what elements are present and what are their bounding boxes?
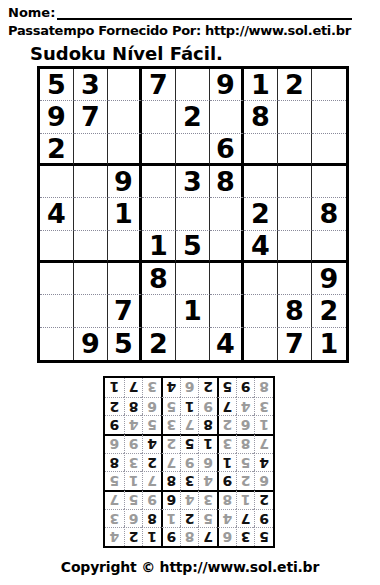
solution-cell-r7c5: 7 — [180, 415, 199, 434]
solution-cell-r6c5: 5 — [180, 434, 199, 453]
puzzle-cell-r7c1[interactable] — [40, 263, 74, 295]
puzzle-cell-r2c3[interactable] — [108, 101, 142, 133]
puzzle-cell-r4c8[interactable] — [278, 166, 312, 198]
solution-cell-r8c9: 2 — [105, 397, 124, 416]
solution-cell-r6c8: 9 — [124, 434, 143, 453]
puzzle-cell-r5c9: 8 — [312, 198, 346, 230]
puzzle-cell-r8c1[interactable] — [40, 295, 74, 327]
solution-cell-r8c1: 3 — [254, 397, 273, 416]
solution-cell-r8c4: 9 — [198, 397, 217, 416]
puzzle-cell-r2c5: 2 — [176, 101, 210, 133]
puzzle-cell-r2c6[interactable] — [210, 101, 244, 133]
solution-cell-r6c3: 3 — [217, 434, 236, 453]
puzzle-cell-r8c3: 7 — [108, 295, 142, 327]
puzzle-cell-r9c1[interactable] — [40, 328, 74, 360]
puzzle-cell-r4c9[interactable] — [312, 166, 346, 198]
solution-cell-r4c6: 8 — [161, 471, 180, 490]
solution-cell-r9c5: 6 — [180, 378, 199, 397]
puzzle-cell-r9c3: 5 — [108, 328, 142, 360]
puzzle-cell-r5c8[interactable] — [278, 198, 312, 230]
puzzle-cell-r5c6[interactable] — [210, 198, 244, 230]
solution-cell-r3c2: 1 — [236, 490, 255, 509]
solution-cell-r2c2: 7 — [236, 509, 255, 528]
solution-cell-r3c7: 9 — [142, 490, 161, 509]
solution-cell-r1c2: 3 — [236, 527, 255, 546]
solution-cell-r5c1: 4 — [254, 453, 273, 472]
solution-cell-r7c6: 3 — [161, 415, 180, 434]
puzzle-cell-r4c2[interactable] — [74, 166, 108, 198]
solution-cell-r8c3: 7 — [217, 397, 236, 416]
solution-cell-r7c3: 2 — [217, 415, 236, 434]
puzzle-cell-r4c3: 9 — [108, 166, 142, 198]
solution-cell-r7c8: 4 — [124, 415, 143, 434]
solution-cell-r9c8: 7 — [124, 378, 143, 397]
puzzle-cell-r4c1[interactable] — [40, 166, 74, 198]
puzzle-cell-r6c4: 1 — [142, 231, 176, 263]
solution-cell-r4c4: 4 — [198, 471, 217, 490]
puzzle-cell-r3c7[interactable] — [244, 134, 278, 166]
solution-cell-r6c9: 6 — [105, 434, 124, 453]
puzzle-cell-r1c4: 7 — [142, 69, 176, 101]
solution-cell-r5c7: 2 — [142, 453, 161, 472]
puzzle-cell-r7c4: 8 — [142, 263, 176, 295]
solution-cell-r3c6: 6 — [161, 490, 180, 509]
puzzle-cell-r4c6: 8 — [210, 166, 244, 198]
solution-cell-r2c3: 4 — [217, 509, 236, 528]
puzzle-cell-r7c5[interactable] — [176, 263, 210, 295]
puzzle-cell-r9c7[interactable] — [244, 328, 278, 360]
solution-cell-r9c9: 1 — [105, 378, 124, 397]
puzzle-cell-r8c6[interactable] — [210, 295, 244, 327]
puzzle-cell-r9c8: 7 — [278, 328, 312, 360]
solution-cell-r3c3: 8 — [217, 490, 236, 509]
solution-cell-r2c6: 1 — [161, 509, 180, 528]
puzzle-cell-r9c9: 1 — [312, 328, 346, 360]
puzzle-cell-r4c7[interactable] — [244, 166, 278, 198]
puzzle-cell-r4c4[interactable] — [142, 166, 176, 198]
puzzle-cell-r2c8[interactable] — [278, 101, 312, 133]
puzzle-cell-r6c1[interactable] — [40, 231, 74, 263]
solution-cell-r6c7: 4 — [142, 434, 161, 453]
puzzle-cell-r1c8: 2 — [278, 69, 312, 101]
puzzle-cell-r6c2[interactable] — [74, 231, 108, 263]
puzzle-cell-r9c4: 2 — [142, 328, 176, 360]
solution-cell-r5c8: 3 — [124, 453, 143, 472]
solution-cell-r2c9: 3 — [105, 509, 124, 528]
puzzle-cell-r8c5: 1 — [176, 295, 210, 327]
copyright-text: Copyright © http://www.sol.eti.br — [0, 559, 380, 575]
solution-cell-r8c6: 5 — [161, 397, 180, 416]
solution-cell-r7c2: 6 — [236, 415, 255, 434]
solution-cell-r4c5: 3 — [180, 471, 199, 490]
solution-cell-r3c4: 3 — [198, 490, 217, 509]
puzzle-cell-r1c5[interactable] — [176, 69, 210, 101]
puzzle-cell-r2c7: 8 — [244, 101, 278, 133]
solution-cell-r4c7: 7 — [142, 471, 161, 490]
puzzle-cell-r8c2[interactable] — [74, 295, 108, 327]
solution-cell-r5c2: 5 — [236, 453, 255, 472]
solution-cell-r4c9: 5 — [105, 471, 124, 490]
puzzle-cell-r8c8: 8 — [278, 295, 312, 327]
puzzle-cell-r3c6: 6 — [210, 134, 244, 166]
solution-cell-r1c9: 4 — [105, 527, 124, 546]
solution-cell-r4c3: 9 — [217, 471, 236, 490]
solution-cell-r6c6: 2 — [161, 434, 180, 453]
puzzle-cell-r6c7: 4 — [244, 231, 278, 263]
solution-cell-r1c7: 1 — [142, 527, 161, 546]
puzzle-cell-r8c9: 2 — [312, 295, 346, 327]
puzzle-cell-r2c4[interactable] — [142, 101, 176, 133]
solution-cell-r1c4: 7 — [198, 527, 217, 546]
puzzle-cell-r3c9[interactable] — [312, 134, 346, 166]
solution-cell-r2c1: 9 — [254, 509, 273, 528]
puzzle-cell-r8c7[interactable] — [244, 295, 278, 327]
solution-cell-r1c1: 5 — [254, 527, 273, 546]
solution-grid-upside-down: 5367891249745218632183469576294387154516… — [103, 376, 275, 548]
solution-cell-r2c5: 2 — [180, 509, 199, 528]
solution-cell-r7c7: 5 — [142, 415, 161, 434]
puzzle-cell-r5c5[interactable] — [176, 198, 210, 230]
puzzle-cell-r9c2: 9 — [74, 328, 108, 360]
puzzle-cell-r9c6: 4 — [210, 328, 244, 360]
solution-cell-r4c8: 1 — [124, 471, 143, 490]
puzzle-cell-r6c5: 5 — [176, 231, 210, 263]
solution-cell-r3c9: 7 — [105, 490, 124, 509]
puzzle-cell-r9c5[interactable] — [176, 328, 210, 360]
solution-cell-r5c5: 9 — [180, 453, 199, 472]
solution-cell-r4c2: 2 — [236, 471, 255, 490]
solution-cell-r9c7: 3 — [142, 378, 161, 397]
solution-cell-r2c7: 8 — [142, 509, 161, 528]
provided-by-text: Passatempo Fornecido Por: http://www.sol… — [8, 23, 351, 38]
puzzle-cell-r3c1: 2 — [40, 134, 74, 166]
solution-cell-r8c8: 8 — [124, 397, 143, 416]
solution-cell-r3c5: 4 — [180, 490, 199, 509]
solution-cell-r6c2: 8 — [236, 434, 255, 453]
solution-cell-r2c4: 5 — [198, 509, 217, 528]
solution-cell-r7c9: 9 — [105, 415, 124, 434]
puzzle-cell-r1c3[interactable] — [108, 69, 142, 101]
solution-cell-r7c4: 8 — [198, 415, 217, 434]
solution-cell-r5c9: 8 — [105, 453, 124, 472]
puzzle-cell-r2c1: 9 — [40, 101, 74, 133]
solution-cell-r6c4: 1 — [198, 434, 217, 453]
solution-cell-r9c3: 5 — [217, 378, 236, 397]
puzzle-cell-r5c4[interactable] — [142, 198, 176, 230]
puzzle-cell-r6c3[interactable] — [108, 231, 142, 263]
puzzle-cell-r2c2: 7 — [74, 101, 108, 133]
page-title: Sudoku Nível Fácil. — [30, 43, 223, 64]
puzzle-cell-r1c7: 1 — [244, 69, 278, 101]
solution-cell-r9c4: 2 — [198, 378, 217, 397]
main-sudoku-grid: 5379129728269384128154897182952471 — [37, 66, 349, 363]
name-label: Nome: — [8, 5, 55, 20]
solution-cell-r1c8: 2 — [124, 527, 143, 546]
name-field-row: Nome: — [8, 4, 352, 20]
puzzle-cell-r7c7[interactable] — [244, 263, 278, 295]
puzzle-cell-r1c9[interactable] — [312, 69, 346, 101]
solution-cell-r7c1: 1 — [254, 415, 273, 434]
puzzle-cell-r7c9: 9 — [312, 263, 346, 295]
puzzle-cell-r4c5: 3 — [176, 166, 210, 198]
puzzle-cell-r3c4[interactable] — [142, 134, 176, 166]
puzzle-cell-r5c2[interactable] — [74, 198, 108, 230]
solution-cell-r9c1: 8 — [254, 378, 273, 397]
solution-cell-r8c5: 1 — [180, 397, 199, 416]
solution-cell-r1c5: 8 — [180, 527, 199, 546]
solution-cell-r9c2: 9 — [236, 378, 255, 397]
puzzle-cell-r3c3[interactable] — [108, 134, 142, 166]
puzzle-cell-r7c8[interactable] — [278, 263, 312, 295]
solution-cell-r8c7: 6 — [142, 397, 161, 416]
solution-cell-r1c6: 9 — [161, 527, 180, 546]
puzzle-cell-r7c6[interactable] — [210, 263, 244, 295]
puzzle-cell-r5c1: 4 — [40, 198, 74, 230]
solution-cell-r3c8: 5 — [124, 490, 143, 509]
puzzle-cell-r8c4[interactable] — [142, 295, 176, 327]
solution-cell-r5c4: 6 — [198, 453, 217, 472]
puzzle-cell-r1c6: 9 — [210, 69, 244, 101]
puzzle-cell-r6c9[interactable] — [312, 231, 346, 263]
puzzle-cell-r1c1: 5 — [40, 69, 74, 101]
puzzle-cell-r7c2[interactable] — [74, 263, 108, 295]
puzzle-cell-r6c8[interactable] — [278, 231, 312, 263]
puzzle-cell-r5c7: 2 — [244, 198, 278, 230]
puzzle-cell-r2c9[interactable] — [312, 101, 346, 133]
puzzle-cell-r5c3: 1 — [108, 198, 142, 230]
solution-cell-r4c1: 6 — [254, 471, 273, 490]
solution-cell-r3c1: 2 — [254, 490, 273, 509]
solution-cell-r6c1: 7 — [254, 434, 273, 453]
name-write-in-line[interactable] — [57, 4, 352, 20]
solution-cell-r9c6: 4 — [161, 378, 180, 397]
puzzle-cell-r7c3[interactable] — [108, 263, 142, 295]
solution-cell-r5c6: 7 — [161, 453, 180, 472]
puzzle-cell-r6c6[interactable] — [210, 231, 244, 263]
puzzle-cell-r3c8[interactable] — [278, 134, 312, 166]
solution-cell-r8c2: 4 — [236, 397, 255, 416]
puzzle-cell-r3c5[interactable] — [176, 134, 210, 166]
solution-cell-r1c3: 6 — [217, 527, 236, 546]
solution-cell-r2c8: 6 — [124, 509, 143, 528]
puzzle-cell-r1c2: 3 — [74, 69, 108, 101]
solution-cell-r5c3: 1 — [217, 453, 236, 472]
puzzle-cell-r3c2[interactable] — [74, 134, 108, 166]
